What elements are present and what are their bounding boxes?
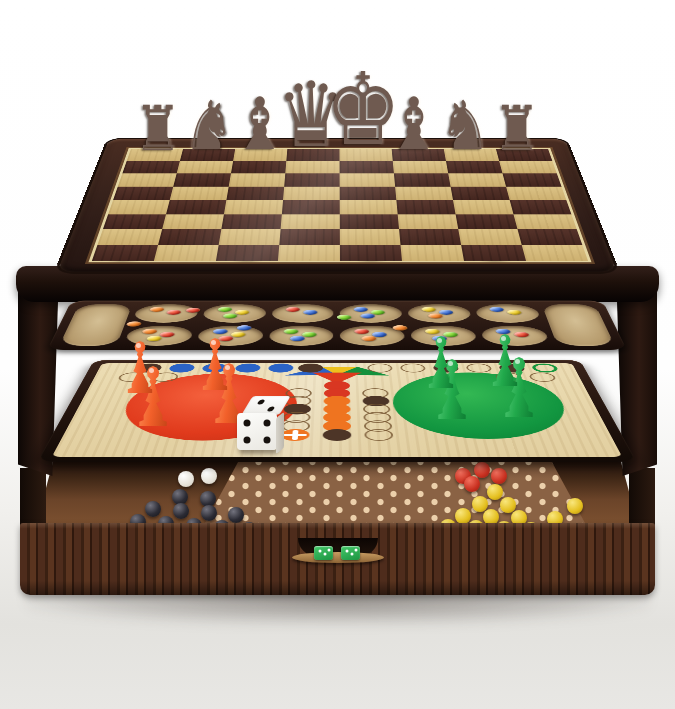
mancala-pit-back-5[interactable] [407, 304, 472, 323]
marble-white[interactable] [178, 471, 194, 487]
chess-square-b5[interactable] [170, 186, 229, 200]
ludo-track-circle-outline [400, 364, 426, 373]
drawer-left-side [20, 468, 46, 528]
chess-square-d6[interactable] [284, 173, 339, 186]
chess-square-d2[interactable] [279, 229, 340, 245]
mancala-stone-blue[interactable] [213, 329, 229, 334]
mini-die-green[interactable] [341, 546, 360, 560]
mancala-stone-green[interactable] [337, 315, 351, 320]
mancala-stone-blue[interactable] [354, 307, 368, 312]
chess-piece-bishop[interactable]: ♝ [387, 88, 442, 160]
marble-yellow[interactable] [455, 508, 471, 524]
mancala-stone-red[interactable] [354, 329, 369, 334]
chess-square-a4[interactable] [108, 200, 170, 214]
chess-square-g3[interactable] [456, 214, 518, 229]
mancala-stone-red[interactable] [159, 332, 175, 337]
mancala-stone-orange[interactable] [142, 329, 158, 334]
marble-black[interactable] [228, 507, 244, 523]
chess-square-f6[interactable] [394, 173, 451, 186]
mancala-store-left[interactable] [59, 304, 132, 346]
ludo-home-circle-green [389, 373, 579, 439]
mancala-stone-orange[interactable] [150, 307, 166, 312]
marble-yellow[interactable] [487, 484, 503, 500]
chess-square-f3[interactable] [398, 214, 459, 229]
mancala-stone-yellow[interactable] [424, 329, 439, 334]
chess-square-f1[interactable] [400, 245, 464, 261]
marble-white[interactable] [201, 468, 217, 484]
chess-square-a5[interactable] [113, 186, 173, 200]
ludo-track-circle-outline [364, 429, 393, 441]
die-pip [266, 406, 275, 411]
mancala-stone-orange[interactable] [361, 336, 376, 341]
chess-square-e5[interactable] [340, 186, 397, 200]
pawn-body [199, 338, 231, 390]
chess-square-g4[interactable] [453, 200, 513, 214]
mancala-stone-yellow[interactable] [421, 307, 436, 312]
mini-die-pip [345, 549, 348, 552]
mancala-pit-column-3 [268, 304, 334, 346]
die-side-face [276, 412, 284, 454]
chess-square-d4[interactable] [282, 200, 340, 214]
chess-square-h2[interactable] [517, 229, 582, 245]
marble-black[interactable] [201, 505, 217, 521]
chess-square-c1[interactable] [216, 245, 279, 261]
pawn-body [425, 336, 457, 388]
die-pip [263, 419, 270, 426]
mancala-stone-yellow[interactable] [506, 310, 522, 315]
marble-black[interactable] [145, 501, 161, 517]
mancala-stone-orange[interactable] [428, 314, 443, 319]
mini-die-pip [355, 549, 358, 552]
chess-square-e4[interactable] [340, 200, 398, 214]
chess-square-a1[interactable] [92, 245, 158, 261]
mancala-pit-front-3[interactable] [268, 326, 333, 346]
mancala-pit-back-3[interactable] [271, 304, 334, 323]
chess-square-g6[interactable] [448, 173, 506, 186]
chess-square-f4[interactable] [396, 200, 455, 214]
ludo-pawn-green[interactable] [425, 336, 457, 388]
die-pip [244, 437, 251, 444]
chess-square-g5[interactable] [451, 186, 510, 200]
marble-red[interactable] [464, 476, 480, 492]
mini-die-pip [351, 553, 354, 556]
chess-square-e6[interactable] [340, 173, 396, 186]
mancala-stone-red[interactable] [166, 310, 181, 315]
chess-square-f5[interactable] [395, 186, 453, 200]
chess-square-g2[interactable] [458, 229, 521, 245]
mancala-stone-blue[interactable] [236, 325, 251, 330]
chess-square-a6[interactable] [118, 173, 177, 186]
die-front-face [237, 413, 277, 450]
chess-square-b4[interactable] [166, 200, 226, 214]
mancala-stone-blue[interactable] [360, 314, 374, 319]
ludo-pawn-green[interactable] [489, 334, 521, 386]
mini-die-pip [328, 549, 331, 552]
marble-red[interactable] [491, 468, 507, 484]
ludo-track-circle-outline [367, 364, 393, 373]
chess-square-e3[interactable] [340, 214, 399, 229]
mancala-stone-green[interactable] [222, 314, 237, 319]
product-photo-scene: ♜♞♝♛♚♝♞♜ [0, 0, 675, 709]
chess-square-c6[interactable] [229, 173, 286, 186]
mancala-store-right[interactable] [542, 304, 615, 346]
chess-square-d1[interactable] [278, 245, 340, 261]
mancala-stone-red[interactable] [185, 308, 200, 313]
mancala-stone-orange[interactable] [393, 325, 408, 330]
drawer-handle[interactable] [292, 538, 384, 566]
white-die[interactable] [237, 396, 285, 452]
chess-piece-rook[interactable]: ♜ [134, 98, 181, 160]
mancala-pit-back-6[interactable] [474, 304, 541, 323]
chess-square-h3[interactable] [513, 214, 576, 229]
die-pip [244, 419, 251, 426]
marble-black[interactable] [173, 503, 189, 519]
pawn-body [124, 341, 156, 393]
die-pip [263, 437, 270, 444]
chess-square-c4[interactable] [224, 200, 283, 214]
drawer-right-side [629, 468, 655, 528]
solitaire-dotted-board[interactable] [205, 460, 585, 523]
mini-die-green[interactable] [314, 546, 333, 560]
chess-square-c3[interactable] [221, 214, 281, 229]
mancala-stone-blue[interactable] [289, 336, 304, 341]
chess-piece-knight[interactable]: ♞ [439, 92, 491, 160]
chess-piece-rook[interactable]: ♜ [493, 98, 540, 160]
mancala-pit-back-2[interactable] [201, 304, 266, 323]
die-pip [257, 400, 266, 405]
mancala-pit-back-1[interactable] [132, 304, 199, 323]
chess-square-b1[interactable] [154, 245, 219, 261]
mancala-stone-blue[interactable] [303, 310, 317, 315]
chess-square-b2[interactable] [158, 229, 221, 245]
mancala-pit-back-4[interactable] [340, 304, 403, 323]
mini-die-pip [324, 553, 327, 556]
chess-square-h6[interactable] [503, 173, 562, 186]
chess-square-c2[interactable] [219, 229, 281, 245]
chess-square-e1[interactable] [340, 245, 402, 261]
chess-square-f2[interactable] [399, 229, 461, 245]
chess-square-d3[interactable] [281, 214, 340, 229]
mancala-stone-blue[interactable] [489, 307, 504, 312]
chess-square-c5[interactable] [226, 186, 284, 200]
marble-red[interactable] [474, 462, 490, 478]
handle-lip [292, 552, 384, 563]
marble-yellow[interactable] [567, 498, 583, 514]
mancala-stone-green[interactable] [218, 307, 233, 312]
chess-piece-knight[interactable]: ♞ [183, 92, 235, 160]
chess-square-d5[interactable] [283, 186, 340, 200]
chess-square-h4[interactable] [510, 200, 572, 214]
mancala-stone-red[interactable] [286, 307, 300, 312]
chess-square-h5[interactable] [506, 186, 566, 200]
chess-square-e2[interactable] [340, 229, 401, 245]
mancala-stone-green[interactable] [284, 329, 299, 334]
chess-square-h1[interactable] [522, 245, 588, 261]
ludo-pawn-red[interactable] [199, 338, 231, 390]
pawn-body [489, 334, 521, 386]
chess-square-a3[interactable] [103, 214, 166, 229]
ludo-track-circle-blue [168, 364, 196, 373]
chess-square-b6[interactable] [173, 173, 231, 186]
chess-square-b3[interactable] [162, 214, 224, 229]
chess-square-g1[interactable] [461, 245, 526, 261]
ludo-pawn-red[interactable] [124, 341, 156, 393]
chess-square-a2[interactable] [98, 229, 163, 245]
ludo-track-circle-brown [323, 429, 352, 441]
mini-die-pip [318, 549, 321, 552]
mancala-stone-yellow[interactable] [230, 332, 246, 337]
